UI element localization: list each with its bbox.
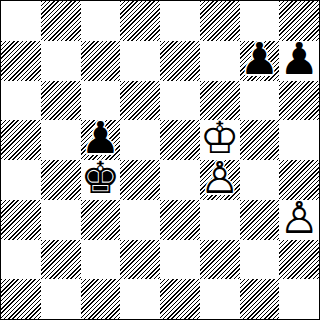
square-a6 <box>1 81 41 121</box>
square-e2 <box>160 240 200 280</box>
square-a7 <box>1 41 41 81</box>
square-g1 <box>240 279 280 319</box>
square-a3 <box>1 200 41 240</box>
square-b1 <box>41 279 81 319</box>
square-c1 <box>81 279 121 319</box>
square-h3: ♟♙ <box>279 200 319 240</box>
square-b8 <box>41 1 81 41</box>
square-c4: ♚ <box>81 160 121 200</box>
square-h2 <box>279 240 319 280</box>
square-h6 <box>279 81 319 121</box>
square-g6 <box>240 81 280 121</box>
square-f8 <box>200 1 240 41</box>
square-d3 <box>120 200 160 240</box>
square-a5 <box>1 120 41 160</box>
square-f1 <box>200 279 240 319</box>
black-pawn-piece: ♟ <box>279 41 319 81</box>
square-d5 <box>120 120 160 160</box>
square-b2 <box>41 240 81 280</box>
square-f4: ♟♙ <box>200 160 240 200</box>
square-e7 <box>160 41 200 81</box>
square-g2 <box>240 240 280 280</box>
square-e6 <box>160 81 200 121</box>
square-h1 <box>279 279 319 319</box>
square-g3 <box>240 200 280 240</box>
square-f7 <box>200 41 240 81</box>
square-g5 <box>240 120 280 160</box>
black-pawn-piece: ♟ <box>240 41 280 81</box>
square-c3 <box>81 200 121 240</box>
black-king-piece: ♚ <box>81 160 121 200</box>
square-h5 <box>279 120 319 160</box>
square-c7 <box>81 41 121 81</box>
square-c2 <box>81 240 121 280</box>
square-e8 <box>160 1 200 41</box>
square-b6 <box>41 81 81 121</box>
square-a1 <box>1 279 41 319</box>
square-d6 <box>120 81 160 121</box>
square-d2 <box>120 240 160 280</box>
white-pawn-piece: ♟♙ <box>200 160 240 200</box>
square-a2 <box>1 240 41 280</box>
square-b3 <box>41 200 81 240</box>
square-b4 <box>41 160 81 200</box>
square-d8 <box>120 1 160 41</box>
white-pawn-piece: ♟♙ <box>279 200 319 240</box>
square-b7 <box>41 41 81 81</box>
square-f2 <box>200 240 240 280</box>
square-e3 <box>160 200 200 240</box>
square-g7: ♟ <box>240 41 280 81</box>
square-c8 <box>81 1 121 41</box>
square-a8 <box>1 1 41 41</box>
square-a4 <box>1 160 41 200</box>
square-d1 <box>120 279 160 319</box>
square-g4 <box>240 160 280 200</box>
square-e4 <box>160 160 200 200</box>
square-f3 <box>200 200 240 240</box>
square-e1 <box>160 279 200 319</box>
square-h7: ♟ <box>279 41 319 81</box>
chess-board: ♟♟♟♚♔♚♟♙♟♙ <box>0 0 320 320</box>
square-e5 <box>160 120 200 160</box>
square-b5 <box>41 120 81 160</box>
square-d7 <box>120 41 160 81</box>
square-d4 <box>120 160 160 200</box>
